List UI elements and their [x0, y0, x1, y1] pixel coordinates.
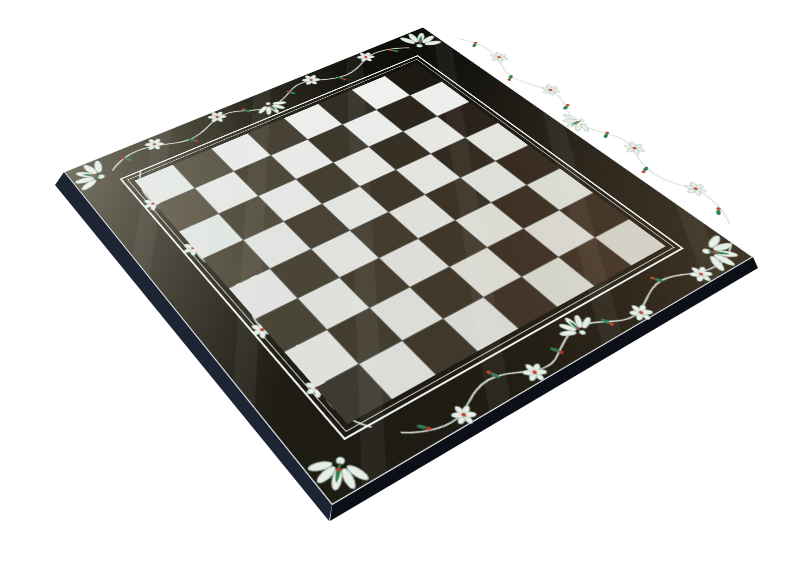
scene — [0, 0, 800, 561]
